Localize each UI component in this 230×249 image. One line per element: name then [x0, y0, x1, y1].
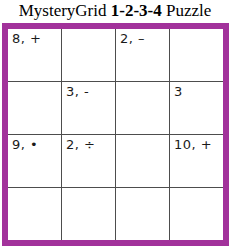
grid-row-1: 3, - 3 — [5, 82, 226, 135]
grid-row-2: 9, • 2, ÷ 10, + — [5, 135, 226, 188]
cell-r2c0[interactable]: 9, • — [5, 135, 62, 188]
cage-clue — [8, 94, 12, 96]
cage-clue — [62, 41, 66, 43]
cage-clue: 9, • — [8, 135, 38, 152]
cage-clue: 2, ÷ — [62, 135, 95, 152]
cell-r3c2[interactable] — [116, 188, 170, 244]
cage-clue — [62, 200, 66, 202]
cell-r2c2[interactable] — [116, 135, 170, 188]
cell-r1c1[interactable]: 3, - — [62, 82, 116, 135]
cage-clue — [116, 147, 120, 149]
title-suffix: Puzzle — [166, 1, 211, 20]
cage-clue: 10, + — [170, 135, 212, 152]
cell-r3c0[interactable] — [5, 188, 62, 244]
cell-r0c3[interactable] — [170, 26, 227, 82]
cell-r3c3[interactable] — [170, 188, 227, 244]
cage-clue: 3 — [170, 82, 183, 99]
cell-r1c2[interactable] — [116, 82, 170, 135]
cell-r2c1[interactable]: 2, ÷ — [62, 135, 116, 188]
cell-r0c2[interactable]: 2, – — [116, 26, 170, 82]
cage-clue: 3, - — [62, 82, 89, 99]
cell-r1c3[interactable]: 3 — [170, 82, 227, 135]
cage-clue — [170, 41, 174, 43]
cage-clue — [116, 200, 120, 202]
cage-clue — [8, 200, 12, 202]
puzzle-grid: 8, + 2, – 3, - 3 9, • 2, ÷ 10, + — [2, 23, 229, 246]
cell-r3c1[interactable] — [62, 188, 116, 244]
cage-clue: 8, + — [8, 29, 41, 46]
cell-r2c3[interactable]: 10, + — [170, 135, 227, 188]
grid-row-3 — [5, 188, 226, 244]
grid-row-0: 8, + 2, – — [5, 26, 226, 82]
title-prefix: MysteryGrid — [19, 1, 107, 20]
page-title: MysteryGrid 1-2-3-4 Puzzle — [0, 0, 230, 23]
cell-r1c0[interactable] — [5, 82, 62, 135]
cage-clue — [116, 94, 120, 96]
cell-r0c0[interactable]: 8, + — [5, 26, 62, 82]
cage-clue: 2, – — [116, 29, 145, 46]
title-digits: 1-2-3-4 — [111, 1, 162, 20]
cell-r0c1[interactable] — [62, 26, 116, 82]
cage-clue — [170, 200, 174, 202]
